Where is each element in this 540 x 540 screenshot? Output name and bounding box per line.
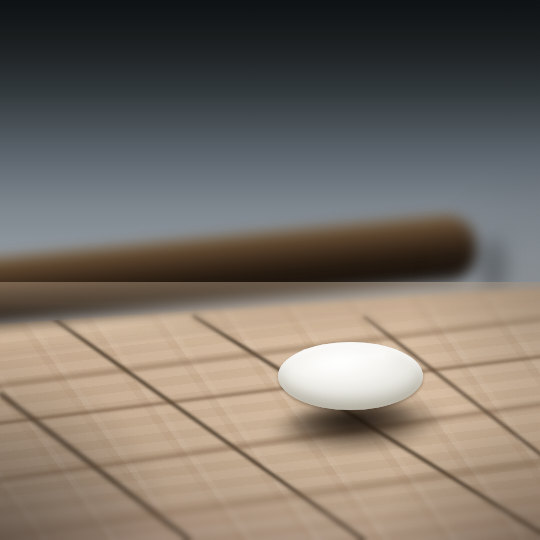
go-stone[interactable] [278, 342, 423, 410]
goban-closeup-photo [0, 0, 540, 540]
near-defocus-overlay [0, 475, 540, 540]
stone-shadow-layer [0, 0, 540, 540]
